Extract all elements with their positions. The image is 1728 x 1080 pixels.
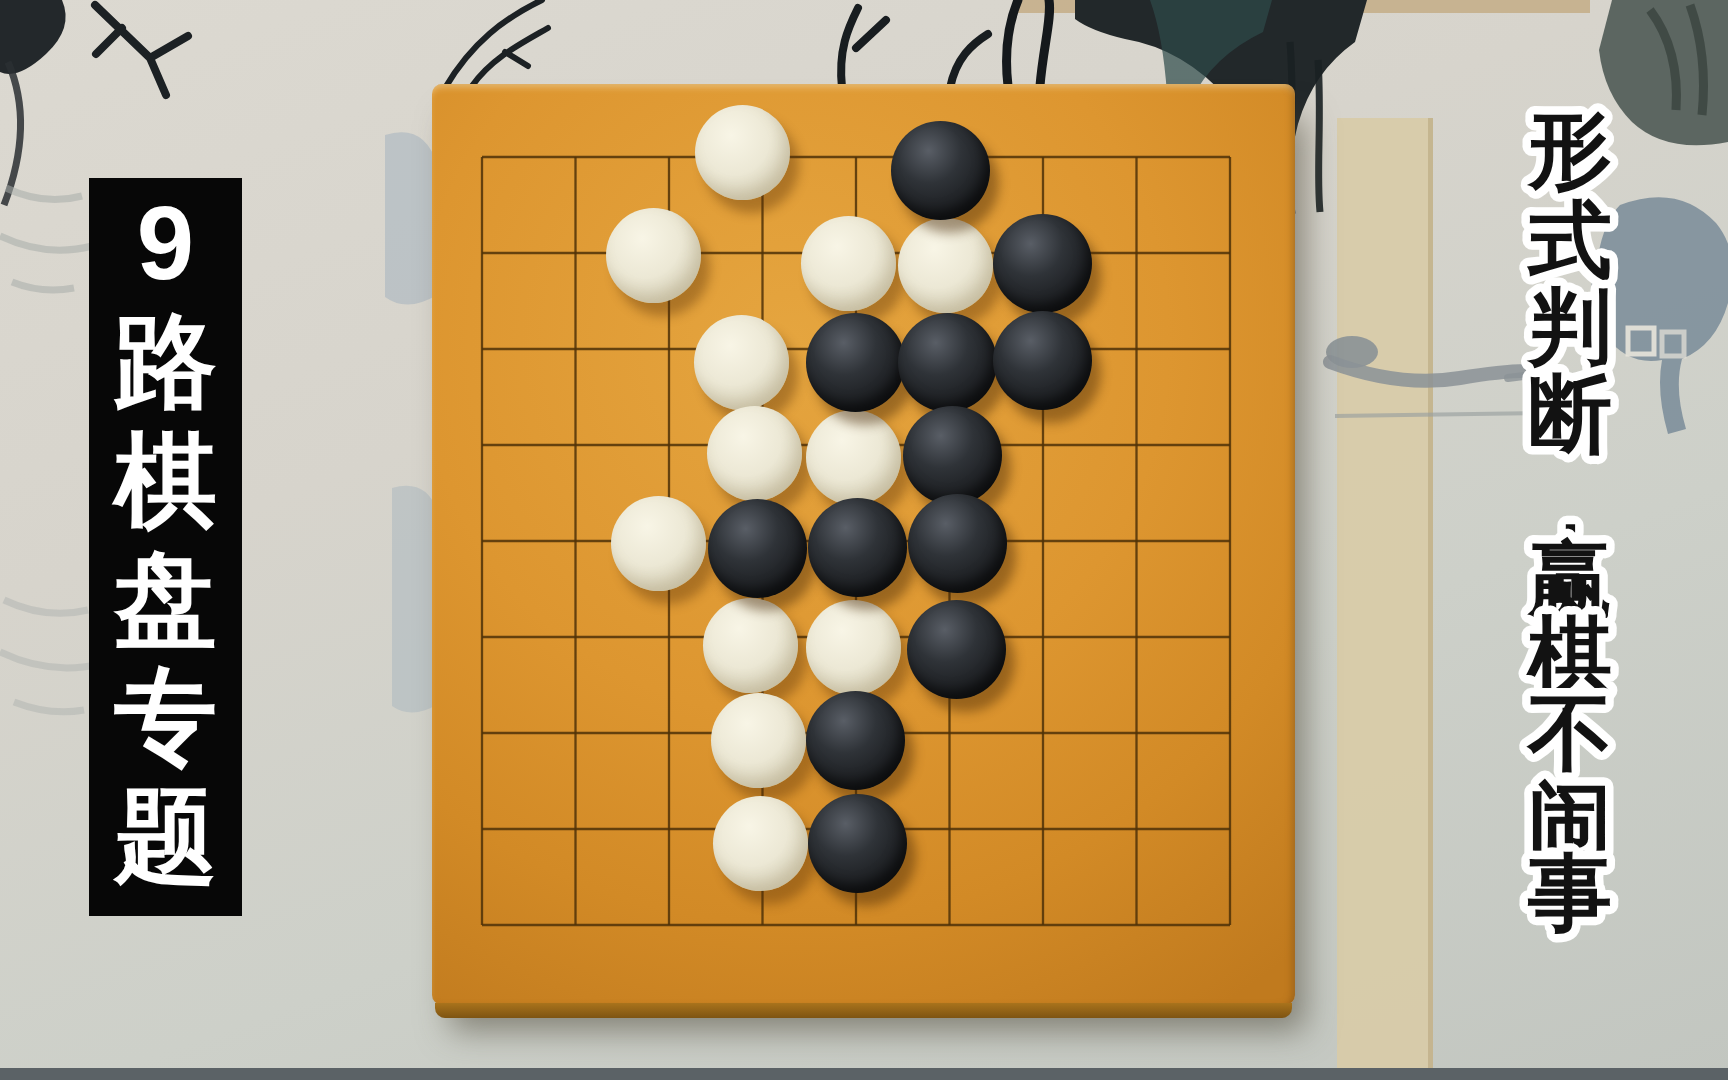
black-stone: [993, 311, 1092, 410]
banner-char: 专: [114, 666, 217, 769]
banner-char: 盘: [114, 548, 217, 651]
caption-char: 判: [1526, 280, 1612, 374]
caption-char: 形: [1526, 103, 1612, 197]
black-stone: [891, 121, 990, 220]
black-stone: [898, 313, 997, 412]
black-stone: [808, 794, 907, 893]
white-stone: [898, 218, 993, 313]
title-banner: 9路棋盘专题: [89, 178, 242, 916]
caption-char: 式: [1526, 193, 1612, 287]
white-stone: [611, 496, 706, 591]
black-stone: [903, 406, 1002, 505]
banner-char: 题: [114, 785, 217, 888]
caption-char: 事: [1527, 846, 1612, 940]
scroll-strip-edge: [1428, 118, 1433, 1080]
white-stone: [694, 315, 789, 410]
white-stone: [695, 105, 790, 200]
white-stone: [707, 406, 802, 501]
white-stone: [711, 693, 806, 788]
ink-branch: [445, 0, 548, 88]
go-board: [432, 84, 1295, 1005]
caption-char: 不: [1526, 686, 1612, 780]
caption-text: 形式判断，赢棋不闹事: [1478, 85, 1668, 945]
banner-char: 路: [114, 310, 217, 413]
white-stone: [713, 796, 808, 891]
white-stone: [801, 216, 896, 311]
white-stone: [806, 600, 901, 695]
ink-branch: [841, 8, 988, 88]
white-stone: [606, 208, 701, 303]
black-stone: [708, 499, 807, 598]
black-stone: [908, 494, 1007, 593]
white-stone: [806, 410, 901, 505]
black-stone: [806, 313, 905, 412]
cloth-scribble: [0, 600, 100, 712]
banner-char: 9: [137, 192, 194, 295]
banner-char: 棋: [114, 429, 217, 532]
black-stone: [806, 691, 905, 790]
white-stone: [703, 598, 798, 693]
scroll-strip: [1337, 118, 1433, 1080]
black-stone: [808, 498, 907, 597]
table-edge-strip: [0, 1068, 1728, 1080]
ink-twig: [4, 62, 20, 205]
cloth-scribble: [0, 188, 92, 290]
black-stone: [993, 214, 1092, 313]
wash-blob: [385, 132, 437, 304]
caption-char: 断: [1528, 367, 1612, 461]
black-stone: [907, 600, 1006, 699]
ink-twig: [95, 5, 188, 95]
video-frame: 9路棋盘专题 形式判断，赢棋不闹事: [0, 0, 1728, 1080]
